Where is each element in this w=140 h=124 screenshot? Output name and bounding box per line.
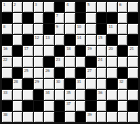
crossword-block-cell — [13, 46, 23, 56]
crossword-cell[interactable]: 28 — [13, 79, 23, 89]
crossword-cell[interactable] — [97, 2, 107, 12]
clue-number: 23 — [56, 57, 60, 62]
crossword-cell[interactable]: 23 — [55, 57, 65, 67]
crossword-cell[interactable]: 4 — [65, 2, 75, 12]
crossword-cell[interactable] — [13, 90, 23, 100]
crossword-block-cell — [55, 101, 65, 111]
crossword-block-cell — [76, 112, 86, 122]
crossword-cell[interactable] — [118, 90, 128, 100]
crossword-cell[interactable] — [65, 24, 75, 34]
clue-number: 13 — [45, 35, 49, 40]
crossword-block-cell — [107, 79, 117, 89]
crossword-cell[interactable]: 6 — [118, 2, 128, 12]
crossword-block-cell — [65, 35, 75, 45]
crossword-cell[interactable] — [13, 101, 23, 111]
clue-number: 29 — [35, 79, 39, 84]
crossword-cell[interactable] — [23, 112, 33, 122]
crossword-cell[interactable]: 8 — [2, 24, 12, 34]
clue-number: 16 — [3, 46, 7, 51]
crossword-cell[interactable] — [44, 112, 54, 122]
crossword-block-cell — [23, 13, 33, 23]
crossword-cell[interactable]: 35 — [65, 90, 75, 100]
clue-number: 1 — [3, 2, 5, 7]
crossword-cell[interactable] — [2, 68, 12, 78]
crossword-cell[interactable] — [34, 46, 44, 56]
clue-number: 27 — [87, 68, 91, 73]
crossword-cell[interactable]: 30 — [55, 79, 65, 89]
clue-number: 2 — [14, 2, 16, 7]
crossword-cell[interactable] — [13, 35, 23, 45]
crossword-cell[interactable]: 3 — [34, 2, 44, 12]
crossword-cell[interactable]: 36 — [97, 90, 107, 100]
crossword-cell[interactable] — [118, 24, 128, 34]
crossword-block-cell — [107, 13, 117, 23]
crossword-cell[interactable] — [76, 90, 86, 100]
clue-number: 24 — [98, 57, 102, 62]
clue-number: 15 — [98, 35, 102, 40]
crossword-cell[interactable] — [34, 112, 44, 122]
clue-number: 20 — [108, 46, 112, 51]
crossword-cell[interactable] — [44, 101, 54, 111]
clue-number: 4 — [66, 2, 68, 7]
crossword-block-cell — [97, 24, 107, 34]
crossword-block-cell — [86, 57, 96, 67]
clue-number: 9 — [56, 24, 58, 29]
crossword-cell[interactable] — [86, 24, 96, 34]
crossword-cell[interactable]: 24 — [97, 57, 107, 67]
crossword-block-cell — [23, 101, 33, 111]
crossword-cell[interactable] — [118, 35, 128, 45]
clue-number: 21 — [129, 46, 133, 51]
clue-number: 11 — [108, 24, 112, 29]
crossword-cell[interactable]: 19 — [86, 46, 96, 56]
crossword-cell[interactable]: 16 — [2, 46, 12, 56]
crossword-cell[interactable] — [76, 101, 86, 111]
crossword-block-cell — [86, 90, 96, 100]
crossword-cell[interactable] — [118, 101, 128, 111]
crossword-block-cell — [107, 35, 117, 45]
clue-number: 37 — [66, 101, 70, 106]
crossword-cell[interactable] — [23, 2, 33, 12]
crossword-cell[interactable] — [34, 24, 44, 34]
crossword-cell[interactable]: 10 — [76, 24, 86, 34]
crossword-cell[interactable] — [34, 68, 44, 78]
crossword-cell[interactable] — [128, 112, 138, 122]
clue-number: 34 — [45, 90, 49, 95]
crossword-block-cell — [76, 13, 86, 23]
clue-number: 12 — [35, 35, 39, 40]
crossword-block-cell — [128, 79, 138, 89]
crossword-block-cell — [55, 112, 65, 122]
crossword-block-cell — [2, 79, 12, 89]
crossword-cell[interactable] — [13, 24, 23, 34]
crossword-block-cell — [2, 101, 12, 111]
crossword-block-cell — [55, 2, 65, 12]
crossword-block-cell — [86, 101, 96, 111]
crossword-block-cell — [34, 90, 44, 100]
clue-number: 31 — [77, 79, 81, 84]
crossword-block-cell — [44, 57, 54, 67]
crossword-cell[interactable] — [107, 68, 117, 78]
clue-number: 18 — [66, 46, 70, 51]
crossword-cell[interactable]: 20 — [107, 46, 117, 56]
crossword-cell[interactable] — [76, 57, 86, 67]
clue-number: 8 — [3, 24, 5, 29]
crossword-cell[interactable] — [97, 68, 107, 78]
clue-number: 6 — [119, 2, 121, 7]
crossword-cell[interactable]: 17 — [23, 46, 33, 56]
clue-number: 36 — [98, 90, 102, 95]
crossword-block-cell — [118, 46, 128, 56]
crossword-block-cell — [55, 68, 65, 78]
crossword-cell[interactable] — [97, 46, 107, 56]
crossword-cell[interactable] — [128, 90, 138, 100]
clue-number: 3 — [35, 2, 37, 7]
crossword-cell[interactable] — [65, 13, 75, 23]
clue-number: 26 — [45, 68, 49, 73]
clue-number: 7 — [56, 13, 58, 18]
clue-number: 32 — [119, 79, 123, 84]
crossword-block-cell — [76, 68, 86, 78]
clue-number: 14 — [77, 35, 81, 40]
crossword-cell[interactable] — [118, 13, 128, 23]
crossword-cell[interactable]: 37 — [65, 101, 75, 111]
crossword-block-cell — [128, 101, 138, 111]
crossword-cell[interactable] — [44, 79, 54, 89]
crossword-block-cell — [65, 79, 75, 89]
crossword-cell[interactable] — [23, 24, 33, 34]
crossword-cell[interactable]: 11 — [107, 24, 117, 34]
crossword-cell[interactable] — [65, 68, 75, 78]
crossword-cell[interactable] — [55, 90, 65, 100]
crossword-cell[interactable] — [107, 2, 117, 12]
crossword-block-cell — [44, 13, 54, 23]
crossword-cell[interactable]: 15 — [97, 35, 107, 45]
crossword-cell[interactable]: 39 — [86, 112, 96, 122]
clue-number: 5 — [87, 2, 89, 7]
clue-number: 25 — [24, 68, 28, 73]
crossword-cell[interactable] — [128, 24, 138, 34]
crossword-cell[interactable] — [13, 112, 23, 122]
crossword-cell[interactable] — [65, 57, 75, 67]
crossword-block-cell — [2, 13, 12, 23]
crossword-cell[interactable] — [128, 57, 138, 67]
crossword-block-cell — [97, 13, 107, 23]
crossword-cell[interactable] — [118, 112, 128, 122]
crossword-cell[interactable]: 38 — [2, 112, 12, 122]
crossword-cell[interactable] — [97, 79, 107, 89]
crossword-block-cell — [23, 79, 33, 89]
crossword-cell[interactable] — [118, 57, 128, 67]
clue-number: 22 — [3, 57, 7, 62]
crossword-cell[interactable] — [44, 46, 54, 56]
crossword-cell[interactable] — [34, 57, 44, 67]
crossword-block-cell — [23, 35, 33, 45]
clue-number: 10 — [77, 24, 81, 29]
crossword-block-cell — [76, 2, 86, 12]
crossword-cell[interactable]: 26 — [44, 68, 54, 78]
crossword-cell[interactable]: 25 — [23, 68, 33, 78]
clue-number: 39 — [87, 112, 91, 117]
crossword-cell[interactable] — [23, 90, 33, 100]
crossword-cell[interactable] — [44, 2, 54, 12]
crossword-cell[interactable] — [34, 13, 44, 23]
crossword-grid: 1234567891011121314151617181920212223242… — [0, 0, 140, 124]
crossword-cell[interactable]: 13 — [44, 35, 54, 45]
crossword-cell[interactable]: 29 — [34, 79, 44, 89]
crossword-cell[interactable] — [97, 101, 107, 111]
crossword-cell[interactable] — [65, 112, 75, 122]
crossword-cell[interactable]: 9 — [55, 24, 65, 34]
crossword-cell[interactable] — [97, 112, 107, 122]
crossword-block-cell — [118, 68, 128, 78]
crossword-cell[interactable] — [107, 57, 117, 67]
crossword-cell[interactable] — [86, 79, 96, 89]
crossword-cell[interactable] — [128, 2, 138, 12]
clue-number: 30 — [56, 79, 60, 84]
crossword-cell[interactable] — [107, 112, 117, 122]
crossword-block-cell — [2, 35, 12, 45]
crossword-block-cell — [55, 46, 65, 56]
crossword-cell[interactable]: 1 — [2, 2, 12, 12]
crossword-cell[interactable]: 34 — [44, 90, 54, 100]
crossword-cell[interactable] — [86, 35, 96, 45]
crossword-cell[interactable] — [86, 13, 96, 23]
clue-number: 38 — [3, 112, 7, 117]
crossword-cell[interactable]: 12 — [34, 35, 44, 45]
crossword-block-cell — [76, 46, 86, 56]
crossword-block-cell — [128, 35, 138, 45]
clue-number: 28 — [14, 79, 18, 84]
crossword-cell[interactable]: 32 — [118, 79, 128, 89]
crossword-cell[interactable]: 2 — [13, 2, 23, 12]
crossword-cell[interactable] — [23, 57, 33, 67]
clue-number: 19 — [87, 46, 91, 51]
crossword-cell[interactable]: 31 — [76, 79, 86, 89]
crossword-cell[interactable]: 18 — [65, 46, 75, 56]
crossword-cell[interactable] — [13, 57, 23, 67]
crossword-cell[interactable] — [55, 35, 65, 45]
crossword-cell[interactable]: 21 — [128, 46, 138, 56]
crossword-cell[interactable] — [13, 13, 23, 23]
clue-number: 17 — [24, 46, 28, 51]
crossword-cell[interactable]: 22 — [2, 57, 12, 67]
crossword-block-cell — [13, 68, 23, 78]
crossword-cell[interactable]: 7 — [55, 13, 65, 23]
crossword-block-cell — [44, 24, 54, 34]
crossword-cell[interactable]: 14 — [76, 35, 86, 45]
crossword-cell[interactable]: 27 — [86, 68, 96, 78]
clue-number: 33 — [3, 90, 7, 95]
crossword-block-cell — [34, 101, 44, 111]
crossword-block-cell — [107, 101, 117, 111]
crossword-cell[interactable] — [128, 68, 138, 78]
crossword-cell[interactable]: 33 — [2, 90, 12, 100]
crossword-cell[interactable] — [107, 90, 117, 100]
crossword-block-cell — [128, 13, 138, 23]
crossword-cell[interactable]: 5 — [86, 2, 96, 12]
clue-number: 35 — [66, 90, 70, 95]
